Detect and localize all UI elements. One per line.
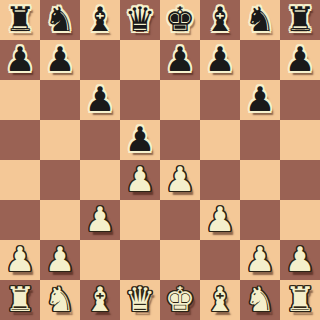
piece-black-pawn[interactable]: ♟: [285, 39, 315, 79]
square-a6[interactable]: [0, 80, 40, 120]
piece-black-pawn[interactable]: ♟: [5, 39, 35, 79]
square-e5[interactable]: [160, 120, 200, 160]
square-e1[interactable]: ♚: [160, 280, 200, 320]
piece-white-knight[interactable]: ♞: [245, 279, 275, 319]
square-e8[interactable]: ♚: [160, 0, 200, 40]
square-f1[interactable]: ♝: [200, 280, 240, 320]
piece-white-pawn[interactable]: ♟: [5, 239, 35, 279]
square-b6[interactable]: [40, 80, 80, 120]
square-h4[interactable]: [280, 160, 320, 200]
square-e7[interactable]: ♟: [160, 40, 200, 80]
square-a5[interactable]: [0, 120, 40, 160]
piece-black-rook[interactable]: ♜: [5, 0, 35, 39]
square-h6[interactable]: [280, 80, 320, 120]
square-d6[interactable]: [120, 80, 160, 120]
piece-black-bishop[interactable]: ♝: [85, 0, 115, 39]
square-a2[interactable]: ♟: [0, 240, 40, 280]
piece-black-pawn[interactable]: ♟: [45, 39, 75, 79]
square-g2[interactable]: ♟: [240, 240, 280, 280]
square-b4[interactable]: [40, 160, 80, 200]
square-f2[interactable]: [200, 240, 240, 280]
square-b5[interactable]: [40, 120, 80, 160]
square-d3[interactable]: [120, 200, 160, 240]
square-a4[interactable]: [0, 160, 40, 200]
piece-white-pawn[interactable]: ♟: [285, 239, 315, 279]
piece-white-king[interactable]: ♚: [165, 279, 195, 319]
piece-white-queen[interactable]: ♛: [125, 279, 155, 319]
square-f3[interactable]: ♟: [200, 200, 240, 240]
chess-board: ♜♞♝♛♚♝♞♜♟♟♟♟♟♟♟♟♟♟♟♟♟♟♟♟♜♞♝♛♚♝♞♜: [0, 0, 320, 320]
square-e3[interactable]: [160, 200, 200, 240]
piece-white-rook[interactable]: ♜: [5, 279, 35, 319]
square-d2[interactable]: [120, 240, 160, 280]
piece-black-king[interactable]: ♚: [165, 0, 195, 39]
square-b8[interactable]: ♞: [40, 0, 80, 40]
piece-white-pawn[interactable]: ♟: [45, 239, 75, 279]
square-b2[interactable]: ♟: [40, 240, 80, 280]
square-g4[interactable]: [240, 160, 280, 200]
square-a8[interactable]: ♜: [0, 0, 40, 40]
square-d7[interactable]: [120, 40, 160, 80]
square-f7[interactable]: ♟: [200, 40, 240, 80]
square-g7[interactable]: [240, 40, 280, 80]
piece-white-pawn[interactable]: ♟: [245, 239, 275, 279]
piece-black-queen[interactable]: ♛: [125, 0, 155, 39]
piece-white-rook[interactable]: ♜: [285, 279, 315, 319]
square-c2[interactable]: [80, 240, 120, 280]
square-a3[interactable]: [0, 200, 40, 240]
piece-black-bishop[interactable]: ♝: [205, 0, 235, 39]
square-b1[interactable]: ♞: [40, 280, 80, 320]
square-d4[interactable]: ♟: [120, 160, 160, 200]
piece-black-pawn[interactable]: ♟: [85, 79, 115, 119]
square-h8[interactable]: ♜: [280, 0, 320, 40]
square-e4[interactable]: ♟: [160, 160, 200, 200]
square-c5[interactable]: [80, 120, 120, 160]
piece-white-knight[interactable]: ♞: [45, 279, 75, 319]
square-c3[interactable]: ♟: [80, 200, 120, 240]
square-c6[interactable]: ♟: [80, 80, 120, 120]
square-f5[interactable]: [200, 120, 240, 160]
square-h5[interactable]: [280, 120, 320, 160]
square-f6[interactable]: [200, 80, 240, 120]
square-g1[interactable]: ♞: [240, 280, 280, 320]
square-f8[interactable]: ♝: [200, 0, 240, 40]
square-c7[interactable]: [80, 40, 120, 80]
square-b7[interactable]: ♟: [40, 40, 80, 80]
square-h2[interactable]: ♟: [280, 240, 320, 280]
square-d5[interactable]: ♟: [120, 120, 160, 160]
square-e6[interactable]: [160, 80, 200, 120]
square-g3[interactable]: [240, 200, 280, 240]
square-h1[interactable]: ♜: [280, 280, 320, 320]
square-c8[interactable]: ♝: [80, 0, 120, 40]
piece-white-pawn[interactable]: ♟: [205, 199, 235, 239]
piece-black-pawn[interactable]: ♟: [245, 79, 275, 119]
piece-black-pawn[interactable]: ♟: [125, 119, 155, 159]
square-h3[interactable]: [280, 200, 320, 240]
piece-black-knight[interactable]: ♞: [45, 0, 75, 39]
square-g5[interactable]: [240, 120, 280, 160]
square-c1[interactable]: ♝: [80, 280, 120, 320]
square-g8[interactable]: ♞: [240, 0, 280, 40]
piece-black-rook[interactable]: ♜: [285, 0, 315, 39]
square-h7[interactable]: ♟: [280, 40, 320, 80]
piece-black-pawn[interactable]: ♟: [205, 39, 235, 79]
square-e2[interactable]: [160, 240, 200, 280]
piece-white-bishop[interactable]: ♝: [205, 279, 235, 319]
piece-white-pawn[interactable]: ♟: [125, 159, 155, 199]
square-a1[interactable]: ♜: [0, 280, 40, 320]
square-a7[interactable]: ♟: [0, 40, 40, 80]
square-d1[interactable]: ♛: [120, 280, 160, 320]
piece-white-pawn[interactable]: ♟: [85, 199, 115, 239]
square-d8[interactable]: ♛: [120, 0, 160, 40]
piece-white-bishop[interactable]: ♝: [85, 279, 115, 319]
piece-black-pawn[interactable]: ♟: [165, 39, 195, 79]
square-c4[interactable]: [80, 160, 120, 200]
square-f4[interactable]: [200, 160, 240, 200]
square-b3[interactable]: [40, 200, 80, 240]
piece-black-knight[interactable]: ♞: [245, 0, 275, 39]
piece-white-pawn[interactable]: ♟: [165, 159, 195, 199]
square-g6[interactable]: ♟: [240, 80, 280, 120]
